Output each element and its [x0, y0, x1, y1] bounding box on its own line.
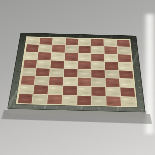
square-c7 — [52, 45, 65, 52]
square-c2 — [48, 86, 62, 95]
square-e3 — [77, 78, 91, 87]
square-e6 — [78, 53, 91, 61]
square-b3 — [35, 77, 49, 86]
square-f8 — [91, 39, 103, 46]
square-e5 — [78, 61, 91, 69]
square-a6 — [24, 52, 38, 60]
square-g7 — [104, 46, 117, 53]
square-b7 — [39, 45, 52, 52]
square-f4 — [92, 70, 105, 78]
square-a8 — [27, 37, 40, 44]
square-f5 — [91, 61, 104, 69]
square-b2 — [34, 85, 49, 94]
square-a2 — [19, 85, 34, 94]
square-d7 — [65, 45, 78, 52]
square-f1 — [92, 96, 106, 105]
photo-background — [0, 0, 155, 155]
square-f6 — [91, 54, 104, 62]
board-grid — [18, 37, 136, 106]
square-d6 — [65, 53, 78, 61]
square-c4 — [50, 68, 64, 76]
square-f3 — [92, 78, 106, 87]
square-f2 — [92, 87, 106, 96]
square-d4 — [64, 69, 78, 77]
square-h5 — [118, 62, 132, 70]
square-d3 — [63, 77, 77, 86]
square-b6 — [38, 52, 51, 60]
square-b4 — [36, 68, 50, 76]
square-c3 — [49, 77, 63, 86]
square-a5 — [23, 60, 37, 68]
square-h1 — [121, 97, 136, 106]
square-e4 — [78, 69, 91, 77]
square-d1 — [62, 95, 76, 104]
square-c8 — [53, 38, 66, 45]
square-c6 — [51, 53, 64, 61]
square-g3 — [106, 78, 120, 87]
square-a7 — [25, 44, 38, 51]
square-e8 — [78, 39, 90, 46]
square-c5 — [50, 60, 64, 68]
square-e2 — [77, 86, 91, 95]
square-g1 — [106, 96, 121, 105]
square-g6 — [105, 54, 118, 62]
square-h8 — [117, 40, 130, 47]
square-c1 — [47, 95, 62, 104]
square-b1 — [32, 94, 47, 103]
square-d8 — [65, 38, 78, 45]
square-g8 — [104, 39, 117, 46]
square-b5 — [37, 60, 51, 68]
square-b8 — [40, 38, 53, 45]
square-h6 — [118, 54, 131, 62]
square-h3 — [120, 79, 134, 88]
square-g2 — [106, 87, 120, 96]
board-frame — [7, 33, 145, 113]
square-g5 — [105, 62, 118, 70]
square-a1 — [18, 94, 33, 103]
square-h4 — [119, 70, 133, 78]
square-e1 — [77, 95, 91, 104]
chessboard — [7, 33, 145, 113]
square-f7 — [91, 46, 104, 53]
square-h2 — [120, 87, 134, 96]
square-a4 — [22, 68, 36, 76]
square-a3 — [20, 76, 35, 85]
square-g4 — [105, 70, 119, 78]
square-d5 — [64, 61, 77, 69]
square-e7 — [78, 46, 91, 53]
square-h7 — [117, 47, 130, 55]
square-d2 — [63, 86, 77, 95]
